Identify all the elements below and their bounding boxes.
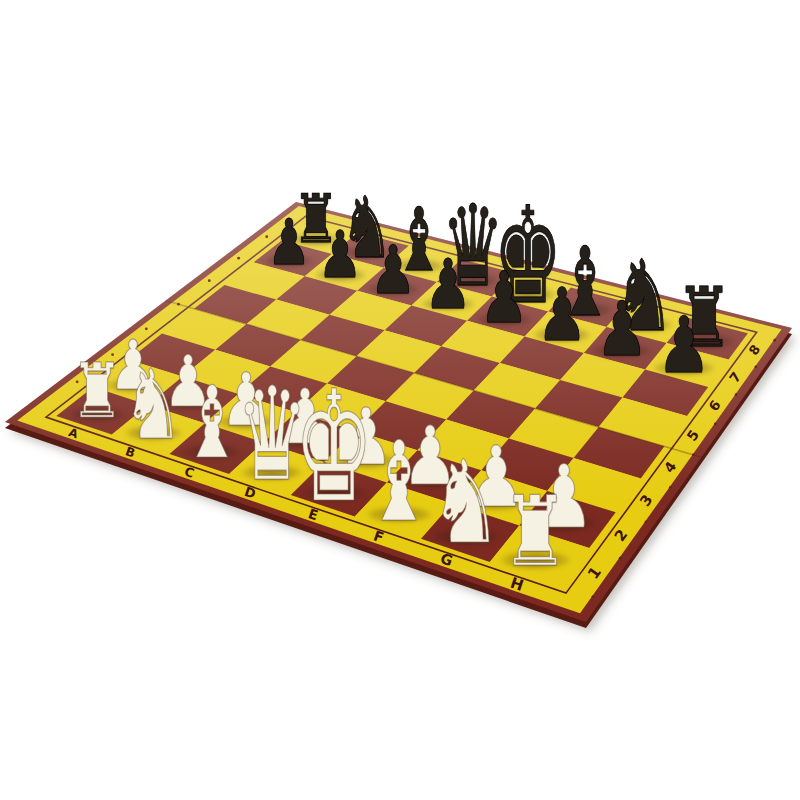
piece-white-knight-g1[interactable]: ♞ [430,446,502,561]
piece-black-pawn-g7[interactable]: ♟ [596,292,649,367]
piece-white-rook-a1[interactable]: ♜ [70,354,123,430]
border-rivet-dot [177,303,180,306]
piece-black-pawn-b7[interactable]: ♟ [318,224,363,289]
border-rivet-dot [692,453,695,456]
border-rivet-dot [208,279,211,282]
border-rivet-dot [619,557,622,560]
piece-white-knight-b1[interactable]: ♞ [123,356,183,452]
border-rivet-dot [773,339,776,342]
piece-black-pawn-h7[interactable]: ♟ [657,306,711,384]
border-rivet-dot [714,423,717,426]
piece-white-rook-h1[interactable]: ♜ [502,483,570,580]
piece-black-pawn-a7[interactable]: ♟ [267,211,311,274]
piece-white-king-e1[interactable]: ♚ [294,371,374,525]
piece-black-pawn-e7[interactable]: ♟ [479,263,529,334]
piece-white-bishop-c1[interactable]: ♝ [182,373,241,473]
chess-photo-scene: ABCDEFGH12345678 ♜♞♝♛♚♝♞♜♟♟♟♟♟♟♟♟♟♟♟♟♟♟♟… [0,0,800,800]
border-rivet-dot [754,365,757,368]
border-rivet-dot [669,486,672,489]
piece-black-pawn-c7[interactable]: ♟ [370,236,417,303]
border-rivet-dot [591,595,594,598]
piece-black-pawn-f7[interactable]: ♟ [537,277,588,350]
border-rivet-dot [645,520,648,523]
border-rivet-dot [237,257,240,260]
border-rivet-dot [735,393,738,396]
piece-white-bishop-f1[interactable]: ♝ [366,427,431,538]
piece-black-pawn-d7[interactable]: ♟ [424,250,472,319]
